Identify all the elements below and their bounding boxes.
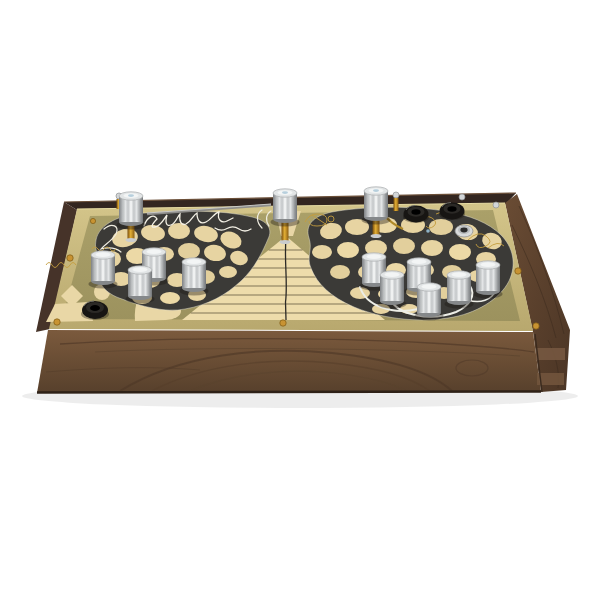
photo-stage: Handmade wooden electronic instrument wi… [0,0,600,600]
knob-left-1[interactable] [89,251,118,289]
knob-right-6[interactable] [474,261,503,299]
knob-right-4[interactable] [415,283,444,321]
knob-right-5[interactable] [445,271,474,309]
knob-right-2[interactable] [378,271,407,309]
product-photo: Handmade wooden electronic instrument wi… [0,0,600,600]
blue-led-dot [426,229,430,233]
knob-left-3[interactable] [180,258,209,296]
bottom-edge [37,392,541,393]
knob-left-4[interactable] [126,266,155,304]
chrome-mini-jack[interactable] [455,225,473,237]
